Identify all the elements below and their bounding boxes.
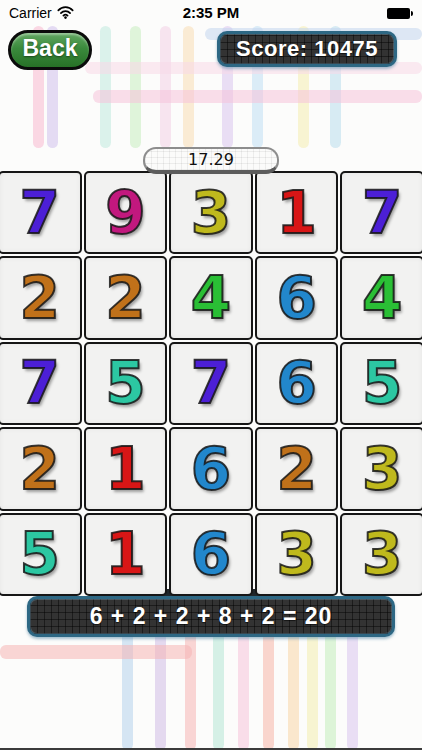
grid-cell-r5c4[interactable]: 3 (255, 513, 339, 596)
digit: 7 (20, 354, 60, 412)
grid-cell-r3c4[interactable]: 6 (255, 342, 339, 425)
digit: 7 (20, 184, 60, 242)
equation-display: 6 + 2 + 2 + 8 + 2 = 20 (27, 596, 395, 637)
digit: 1 (276, 184, 316, 242)
digit: 3 (191, 184, 231, 242)
grid-cell-r3c5[interactable]: 5 (340, 342, 422, 425)
digit: 3 (362, 525, 402, 583)
grid-cell-r5c3[interactable]: 6 (169, 513, 253, 596)
back-button[interactable]: Back (8, 30, 92, 70)
clock: 2:35 PM (0, 4, 422, 21)
digit: 3 (276, 525, 316, 583)
grid-cell-r2c5[interactable]: 4 (340, 256, 422, 339)
app-screen: 2:35 PM Carrier Back Score: 10475 17.29 … (0, 0, 422, 750)
digit: 6 (191, 440, 231, 498)
number-grid: 7931722464757652162351633 (0, 171, 422, 596)
grid-cell-r3c1[interactable]: 7 (0, 342, 82, 425)
grid-cell-r1c1[interactable]: 7 (0, 171, 82, 254)
digit: 6 (276, 269, 316, 327)
grid-cell-r3c3[interactable]: 7 (169, 342, 253, 425)
grid-cell-r4c2[interactable]: 1 (84, 427, 168, 510)
grid-cell-r4c5[interactable]: 3 (340, 427, 422, 510)
digit: 2 (105, 269, 145, 327)
digit: 5 (362, 354, 402, 412)
bg-stripe (160, 26, 171, 148)
digit: 9 (105, 184, 145, 242)
status-bar: 2:35 PM Carrier (0, 0, 422, 25)
digit: 6 (276, 354, 316, 412)
digit: 4 (362, 269, 402, 327)
grid-cell-r2c2[interactable]: 2 (84, 256, 168, 339)
grid-cell-r4c1[interactable]: 2 (0, 427, 82, 510)
grid-cell-r4c4[interactable]: 2 (255, 427, 339, 510)
digit: 2 (20, 440, 60, 498)
digit: 2 (276, 440, 316, 498)
grid-cell-r2c4[interactable]: 6 (255, 256, 339, 339)
grid-cell-r5c5[interactable]: 3 (340, 513, 422, 596)
digit: 3 (362, 440, 402, 498)
grid-cell-r2c3[interactable]: 4 (169, 256, 253, 339)
grid-cell-r1c4[interactable]: 1 (255, 171, 339, 254)
grid-cell-r5c2[interactable]: 1 (84, 513, 168, 596)
grid-cell-r2c1[interactable]: 2 (0, 256, 82, 339)
digit: 4 (191, 269, 231, 327)
grid-cell-r5c1[interactable]: 5 (0, 513, 82, 596)
digit: 2 (20, 269, 60, 327)
digit: 6 (191, 525, 231, 583)
bg-stripe (130, 26, 141, 148)
digit: 7 (191, 354, 231, 412)
grid-cell-r1c2[interactable]: 9 (84, 171, 168, 254)
battery-icon (387, 8, 410, 19)
bg-stripe (93, 90, 422, 103)
grid-cell-r1c3[interactable]: 3 (169, 171, 253, 254)
digit: 7 (362, 184, 402, 242)
grid-cell-r4c3[interactable]: 6 (169, 427, 253, 510)
score-display: Score: 10475 (217, 31, 397, 67)
bg-stripe (0, 645, 192, 659)
grid-cell-r3c2[interactable]: 5 (84, 342, 168, 425)
bg-stripe (100, 26, 111, 148)
timer-display: 17.29 (143, 147, 279, 174)
digit: 5 (105, 354, 145, 412)
digit: 5 (20, 525, 60, 583)
digit: 1 (105, 525, 145, 583)
digit: 1 (105, 440, 145, 498)
bg-stripe (183, 26, 194, 148)
grid-cell-r1c5[interactable]: 7 (340, 171, 422, 254)
